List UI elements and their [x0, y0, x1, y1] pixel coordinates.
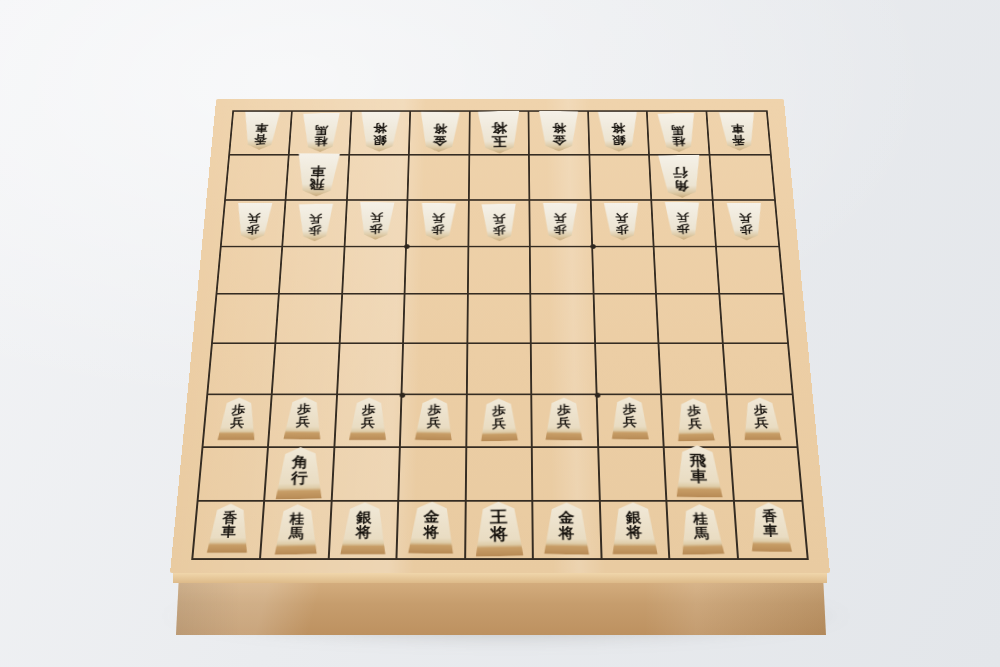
cell[interactable] [660, 344, 727, 395]
shogi-board: 香車桂馬銀将金将玉将金将銀将桂馬香車飛車角行歩兵歩兵歩兵歩兵歩兵歩兵歩兵歩兵歩兵… [170, 0, 830, 667]
piece-pawn[interactable]: 歩兵 [481, 203, 518, 241]
piece-bishop[interactable]: 角行 [657, 155, 704, 199]
cell[interactable] [599, 448, 668, 502]
piece-kanji: 桂馬 [313, 124, 327, 146]
piece-kanji: 銀将 [611, 122, 626, 146]
piece-pawn[interactable]: 歩兵 [348, 397, 388, 440]
cell[interactable]: 歩兵 [662, 395, 731, 448]
cell[interactable] [217, 247, 283, 295]
cell[interactable] [532, 344, 597, 395]
cell[interactable]: 歩兵 [727, 395, 797, 448]
cell[interactable] [208, 344, 276, 395]
cell[interactable] [716, 247, 782, 295]
star-point [594, 392, 600, 397]
piece-kanji: 歩兵 [493, 214, 506, 236]
piece-kanji: 玉将 [491, 122, 507, 149]
board-front-face [176, 583, 826, 635]
cell[interactable]: 金将 [398, 502, 467, 558]
board-front-bevel-edge [173, 573, 827, 583]
piece-kanji: 歩兵 [361, 404, 375, 429]
piece-kanji: 歩兵 [676, 213, 690, 235]
cell[interactable]: 歩兵 [269, 395, 338, 448]
piece-lance[interactable]: 香車 [718, 112, 758, 150]
piece-kanji: 香車 [731, 123, 746, 145]
piece-kanji: 歩兵 [369, 213, 383, 235]
cell[interactable] [348, 156, 410, 201]
cell[interactable]: 角行 [265, 448, 335, 502]
piece-kanji: 飛車 [309, 165, 326, 191]
piece-kanji: 香車 [221, 511, 238, 539]
cell[interactable]: 歩兵 [203, 395, 273, 448]
cell[interactable]: 歩兵 [469, 201, 531, 247]
cell[interactable] [531, 247, 594, 295]
cell[interactable]: 角行 [650, 156, 713, 201]
piece-pawn[interactable]: 歩兵 [542, 202, 578, 240]
cell[interactable] [226, 156, 290, 201]
cell[interactable]: 歩兵 [407, 201, 469, 247]
cell[interactable] [594, 295, 659, 344]
piece-kanji: 歩兵 [558, 404, 571, 429]
cell[interactable]: 歩兵 [532, 395, 598, 448]
piece-pawn[interactable]: 歩兵 [480, 398, 519, 441]
cell[interactable] [531, 295, 595, 344]
piece-gold[interactable]: 金将 [407, 501, 455, 553]
cell[interactable] [198, 448, 269, 502]
cell[interactable]: 香車 [230, 112, 293, 156]
cell[interactable]: 歩兵 [335, 395, 403, 448]
cell[interactable]: 歩兵 [345, 201, 408, 247]
piece-kanji: 香車 [253, 122, 268, 144]
cell[interactable] [280, 247, 345, 295]
cell[interactable]: 銀将 [589, 112, 650, 156]
cell[interactable] [468, 344, 533, 395]
cell[interactable]: 歩兵 [713, 201, 778, 247]
cell[interactable]: 香車 [707, 112, 770, 156]
piece-knight[interactable]: 桂馬 [273, 504, 318, 555]
piece-kanji: 歩兵 [492, 404, 506, 429]
piece-silver[interactable]: 銀将 [339, 502, 387, 554]
cell[interactable]: 歩兵 [284, 201, 348, 247]
piece-kanji: 角行 [291, 455, 309, 486]
piece-gold[interactable]: 金将 [538, 111, 579, 152]
piece-kanji: 金将 [559, 510, 575, 540]
piece-silver[interactable]: 銀将 [597, 111, 639, 151]
piece-kanji: 歩兵 [431, 213, 444, 235]
piece-kanji: 桂馬 [288, 512, 304, 541]
piece-kanji: 歩兵 [753, 404, 768, 429]
piece-bishop[interactable]: 角行 [275, 447, 325, 500]
photo-background: 香車桂馬銀将金将玉将金将銀将桂馬香車飛車角行歩兵歩兵歩兵歩兵歩兵歩兵歩兵歩兵歩兵… [0, 0, 1000, 667]
cell[interactable]: 歩兵 [222, 201, 287, 247]
cell[interactable]: 香車 [193, 502, 265, 558]
cell[interactable] [340, 295, 405, 344]
cell[interactable]: 銀将 [350, 112, 411, 156]
cell[interactable] [273, 344, 340, 395]
shogi-board-grid: 香車桂馬銀将金将玉将金将銀将桂馬香車飛車角行歩兵歩兵歩兵歩兵歩兵歩兵歩兵歩兵歩兵… [191, 110, 809, 560]
piece-kanji: 歩兵 [230, 404, 245, 429]
piece-gold[interactable]: 金将 [543, 502, 590, 555]
cell[interactable] [338, 344, 404, 395]
cell[interactable] [403, 344, 468, 395]
piece-kanji: 歩兵 [296, 403, 311, 428]
cell[interactable] [277, 295, 343, 344]
piece-kanji: 桂馬 [693, 512, 710, 541]
piece-kanji: 銀将 [355, 510, 372, 540]
piece-kanji: 銀将 [372, 122, 387, 146]
cell[interactable] [469, 247, 532, 295]
piece-pawn[interactable]: 歩兵 [545, 397, 583, 440]
piece-kanji: 金将 [552, 122, 566, 146]
cell[interactable] [731, 448, 802, 502]
cell[interactable]: 飛車 [287, 156, 350, 201]
cell[interactable] [409, 156, 470, 201]
cell[interactable] [466, 448, 533, 502]
cell[interactable] [533, 448, 601, 502]
piece-gold[interactable]: 金将 [418, 111, 461, 152]
piece-kanji: 歩兵 [738, 213, 752, 235]
cell[interactable] [590, 156, 652, 201]
piece-pawn[interactable]: 歩兵 [217, 397, 259, 440]
piece-kanji: 歩兵 [308, 214, 321, 236]
piece-kanji: 歩兵 [554, 213, 567, 235]
piece-pawn[interactable]: 歩兵 [296, 203, 333, 241]
piece-kanji: 飛車 [689, 453, 707, 484]
piece-pawn[interactable]: 歩兵 [419, 202, 456, 240]
piece-kanji: 金将 [423, 509, 440, 539]
cell[interactable]: 玉将 [470, 112, 530, 156]
piece-rook[interactable]: 飛車 [295, 153, 341, 196]
board-top-surface: 香車桂馬銀将金将玉将金将銀将桂馬香車飛車角行歩兵歩兵歩兵歩兵歩兵歩兵歩兵歩兵歩兵… [170, 99, 830, 573]
piece-pawn[interactable]: 歩兵 [234, 203, 273, 240]
piece-lance[interactable]: 香車 [241, 112, 281, 150]
piece-king-gote[interactable]: 玉将 [477, 111, 522, 154]
cell[interactable]: 銀将 [330, 502, 400, 558]
piece-pawn[interactable]: 歩兵 [603, 203, 640, 240]
cell[interactable]: 飛車 [665, 448, 735, 502]
cell[interactable]: 歩兵 [591, 201, 654, 247]
piece-kanji: 銀将 [626, 510, 643, 540]
piece-lance[interactable]: 香車 [748, 503, 793, 552]
cell[interactable] [332, 448, 401, 502]
piece-silver[interactable]: 銀将 [610, 502, 658, 554]
cell[interactable] [593, 247, 657, 295]
cell[interactable]: 金将 [534, 502, 603, 558]
cell[interactable]: 金将 [410, 112, 470, 156]
cell[interactable]: 銀将 [601, 502, 671, 558]
piece-knight[interactable]: 桂馬 [657, 112, 699, 151]
piece-king-sente[interactable]: 王将 [474, 501, 525, 557]
star-point [590, 245, 596, 250]
cell[interactable]: 香車 [735, 502, 807, 558]
piece-silver[interactable]: 銀将 [359, 111, 402, 151]
cell[interactable]: 歩兵 [530, 201, 592, 247]
piece-kanji: 香車 [762, 510, 779, 538]
cell[interactable]: 桂馬 [648, 112, 710, 156]
piece-pawn[interactable]: 歩兵 [610, 396, 649, 439]
cell[interactable]: 歩兵 [467, 395, 533, 448]
cell[interactable] [655, 247, 720, 295]
piece-lance[interactable]: 香車 [206, 504, 251, 553]
cell[interactable] [470, 156, 531, 201]
piece-kanji: 歩兵 [246, 213, 260, 235]
piece-knight[interactable]: 桂馬 [301, 112, 341, 151]
cell[interactable] [399, 448, 467, 502]
piece-pawn[interactable]: 歩兵 [414, 397, 454, 440]
piece-kanji: 歩兵 [687, 404, 702, 429]
cell[interactable]: 歩兵 [401, 395, 467, 448]
cell[interactable]: 歩兵 [652, 201, 716, 247]
cell[interactable]: 桂馬 [668, 502, 739, 558]
cell[interactable]: 桂馬 [290, 112, 352, 156]
cell[interactable] [723, 344, 791, 395]
cell[interactable] [468, 295, 532, 344]
piece-pawn[interactable]: 歩兵 [741, 397, 783, 440]
piece-kanji: 歩兵 [427, 404, 441, 429]
piece-knight[interactable]: 桂馬 [678, 504, 726, 555]
piece-pawn[interactable]: 歩兵 [664, 202, 702, 240]
piece-rook[interactable]: 飛車 [673, 445, 723, 497]
piece-kanji: 王将 [490, 509, 509, 543]
cell[interactable] [404, 295, 468, 344]
cell[interactable] [530, 156, 591, 201]
piece-pawn[interactable]: 歩兵 [726, 203, 765, 240]
cell[interactable] [596, 344, 662, 395]
piece-kanji: 歩兵 [623, 403, 637, 428]
piece-kanji: 角行 [672, 166, 689, 192]
cell[interactable] [657, 295, 723, 344]
cell[interactable] [343, 247, 407, 295]
cell[interactable]: 桂馬 [261, 502, 332, 558]
cell[interactable]: 王将 [466, 502, 534, 558]
cell[interactable]: 金将 [530, 112, 590, 156]
piece-kanji: 金将 [432, 122, 447, 146]
cell[interactable] [710, 156, 774, 201]
piece-kanji: 歩兵 [615, 213, 628, 235]
cell[interactable] [406, 247, 469, 295]
cell[interactable] [213, 295, 280, 344]
piece-pawn[interactable]: 歩兵 [282, 396, 323, 439]
cell[interactable]: 歩兵 [597, 395, 665, 448]
cell[interactable] [720, 295, 787, 344]
piece-kanji: 桂馬 [671, 124, 686, 146]
piece-pawn[interactable]: 歩兵 [674, 398, 716, 441]
piece-pawn[interactable]: 歩兵 [357, 202, 395, 240]
